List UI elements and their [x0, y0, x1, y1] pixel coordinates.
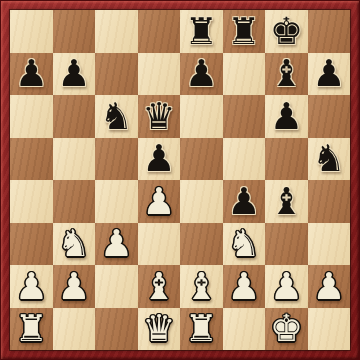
white-pawn-h2[interactable]: ♟ [312, 268, 345, 305]
square-a8[interactable] [10, 10, 53, 53]
square-b3[interactable]: ♞ [53, 223, 96, 266]
white-knight-b3[interactable]: ♞ [57, 225, 90, 262]
square-a6[interactable] [10, 95, 53, 138]
square-h2[interactable]: ♟ [308, 265, 351, 308]
square-b1[interactable] [53, 308, 96, 351]
square-e1[interactable]: ♜ [180, 308, 223, 351]
white-pawn-b2[interactable]: ♟ [57, 268, 90, 305]
square-d8[interactable] [138, 10, 181, 53]
white-pawn-a2[interactable]: ♟ [15, 268, 48, 305]
square-f8[interactable]: ♜ [223, 10, 266, 53]
black-pawn-f4[interactable]: ♟ [227, 183, 260, 220]
square-c3[interactable]: ♟ [95, 223, 138, 266]
square-g5[interactable] [265, 138, 308, 181]
white-bishop-d2[interactable]: ♝ [142, 268, 175, 305]
black-knight-h5[interactable]: ♞ [312, 140, 345, 177]
square-f4[interactable]: ♟ [223, 180, 266, 223]
square-e2[interactable]: ♝ [180, 265, 223, 308]
square-e3[interactable] [180, 223, 223, 266]
square-c4[interactable] [95, 180, 138, 223]
square-a1[interactable]: ♜ [10, 308, 53, 351]
square-c5[interactable] [95, 138, 138, 181]
white-pawn-c3[interactable]: ♟ [100, 225, 133, 262]
square-b6[interactable] [53, 95, 96, 138]
square-h3[interactable] [308, 223, 351, 266]
square-f7[interactable] [223, 53, 266, 96]
square-e7[interactable]: ♟ [180, 53, 223, 96]
black-king-g8[interactable]: ♚ [270, 13, 303, 50]
square-f1[interactable] [223, 308, 266, 351]
black-bishop-g4[interactable]: ♝ [270, 183, 303, 220]
square-e6[interactable] [180, 95, 223, 138]
square-h6[interactable] [308, 95, 351, 138]
square-g1[interactable]: ♚ [265, 308, 308, 351]
board-frame: ♜♜♚♟♟♟♝♟♞♛♟♟♞♟♟♝♞♟♞♟♟♝♝♟♟♟♜♛♜♚ [0, 0, 360, 360]
square-d1[interactable]: ♛ [138, 308, 181, 351]
black-pawn-d5[interactable]: ♟ [142, 140, 175, 177]
white-bishop-e2[interactable]: ♝ [185, 268, 218, 305]
square-h5[interactable]: ♞ [308, 138, 351, 181]
square-f6[interactable] [223, 95, 266, 138]
square-e4[interactable] [180, 180, 223, 223]
black-queen-d6[interactable]: ♛ [142, 98, 175, 135]
square-c8[interactable] [95, 10, 138, 53]
square-g2[interactable]: ♟ [265, 265, 308, 308]
square-d3[interactable] [138, 223, 181, 266]
black-rook-e8[interactable]: ♜ [185, 13, 218, 50]
white-pawn-d4[interactable]: ♟ [142, 183, 175, 220]
square-a7[interactable]: ♟ [10, 53, 53, 96]
black-pawn-h7[interactable]: ♟ [312, 55, 345, 92]
chess-board: ♜♜♚♟♟♟♝♟♞♛♟♟♞♟♟♝♞♟♞♟♟♝♝♟♟♟♜♛♜♚ [10, 10, 350, 350]
square-h8[interactable] [308, 10, 351, 53]
square-f5[interactable] [223, 138, 266, 181]
square-g4[interactable]: ♝ [265, 180, 308, 223]
square-h7[interactable]: ♟ [308, 53, 351, 96]
square-d2[interactable]: ♝ [138, 265, 181, 308]
white-queen-d1[interactable]: ♛ [142, 310, 175, 347]
square-c6[interactable]: ♞ [95, 95, 138, 138]
square-e8[interactable]: ♜ [180, 10, 223, 53]
square-b8[interactable] [53, 10, 96, 53]
white-rook-e1[interactable]: ♜ [185, 310, 218, 347]
white-pawn-f2[interactable]: ♟ [227, 268, 260, 305]
square-h1[interactable] [308, 308, 351, 351]
square-a5[interactable] [10, 138, 53, 181]
black-pawn-a7[interactable]: ♟ [15, 55, 48, 92]
black-pawn-b7[interactable]: ♟ [57, 55, 90, 92]
white-knight-f3[interactable]: ♞ [227, 225, 260, 262]
black-knight-c6[interactable]: ♞ [100, 98, 133, 135]
black-bishop-g7[interactable]: ♝ [270, 55, 303, 92]
square-b7[interactable]: ♟ [53, 53, 96, 96]
square-d5[interactable]: ♟ [138, 138, 181, 181]
square-h4[interactable] [308, 180, 351, 223]
square-g7[interactable]: ♝ [265, 53, 308, 96]
white-rook-a1[interactable]: ♜ [15, 310, 48, 347]
square-a4[interactable] [10, 180, 53, 223]
square-b5[interactable] [53, 138, 96, 181]
square-c2[interactable] [95, 265, 138, 308]
square-d6[interactable]: ♛ [138, 95, 181, 138]
black-rook-f8[interactable]: ♜ [227, 13, 260, 50]
square-g8[interactable]: ♚ [265, 10, 308, 53]
square-c1[interactable] [95, 308, 138, 351]
black-pawn-e7[interactable]: ♟ [185, 55, 218, 92]
square-g6[interactable]: ♟ [265, 95, 308, 138]
square-b4[interactable] [53, 180, 96, 223]
black-pawn-g6[interactable]: ♟ [270, 98, 303, 135]
square-g3[interactable] [265, 223, 308, 266]
square-f2[interactable]: ♟ [223, 265, 266, 308]
square-b2[interactable]: ♟ [53, 265, 96, 308]
white-king-g1[interactable]: ♚ [270, 310, 303, 347]
white-pawn-g2[interactable]: ♟ [270, 268, 303, 305]
square-f3[interactable]: ♞ [223, 223, 266, 266]
square-a3[interactable] [10, 223, 53, 266]
square-c7[interactable] [95, 53, 138, 96]
square-d4[interactable]: ♟ [138, 180, 181, 223]
square-a2[interactable]: ♟ [10, 265, 53, 308]
square-e5[interactable] [180, 138, 223, 181]
square-d7[interactable] [138, 53, 181, 96]
